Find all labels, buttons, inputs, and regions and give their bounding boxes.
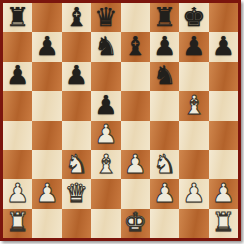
black-knight-piece: ♞ (94, 33, 117, 59)
square-a6[interactable]: ♟ (3, 62, 32, 91)
square-g1[interactable] (179, 209, 208, 238)
white-pawn-piece: ♟ (153, 180, 176, 206)
white-queen-piece: ♛ (65, 180, 88, 206)
black-king-piece: ♚ (182, 4, 205, 30)
square-a3[interactable] (3, 150, 32, 179)
square-h6[interactable] (209, 62, 238, 91)
square-f7[interactable]: ♟ (150, 32, 179, 61)
square-c4[interactable] (62, 121, 91, 150)
square-a8[interactable]: ♜ (3, 3, 32, 32)
square-e6[interactable] (121, 62, 150, 91)
square-f8[interactable]: ♜ (150, 3, 179, 32)
chess-diagram-image: ♜♝♛♜♚♟♞♝♟♟♟♟♟♞♟♝♟♞♝♟♞♟♟♛♟♟♟♜♚♜ (0, 0, 244, 244)
square-g3[interactable] (179, 150, 208, 179)
square-c2[interactable]: ♛ (62, 179, 91, 208)
square-d6[interactable] (91, 62, 120, 91)
square-c7[interactable] (62, 32, 91, 61)
square-e8[interactable] (121, 3, 150, 32)
square-g5[interactable]: ♝ (179, 91, 208, 120)
square-a5[interactable] (3, 91, 32, 120)
black-bishop-piece: ♝ (65, 4, 88, 30)
square-a7[interactable] (3, 32, 32, 61)
square-c8[interactable]: ♝ (62, 3, 91, 32)
square-e2[interactable] (121, 179, 150, 208)
white-pawn-piece: ♟ (94, 121, 117, 147)
square-f2[interactable]: ♟ (150, 179, 179, 208)
square-g4[interactable] (179, 121, 208, 150)
chess-board: ♜♝♛♜♚♟♞♝♟♟♟♟♟♞♟♝♟♞♝♟♞♟♟♛♟♟♟♜♚♜ (3, 3, 238, 238)
square-g7[interactable]: ♟ (179, 32, 208, 61)
black-queen-piece: ♛ (94, 4, 117, 30)
square-d5[interactable]: ♟ (91, 91, 120, 120)
black-pawn-piece: ♟ (65, 62, 88, 88)
square-e1[interactable]: ♚ (121, 209, 150, 238)
square-b3[interactable] (32, 150, 61, 179)
white-bishop-piece: ♝ (182, 92, 205, 118)
square-h3[interactable] (209, 150, 238, 179)
square-d2[interactable] (91, 179, 120, 208)
square-f5[interactable] (150, 91, 179, 120)
square-f6[interactable]: ♞ (150, 62, 179, 91)
black-rook-piece: ♜ (6, 4, 29, 30)
square-h8[interactable] (209, 3, 238, 32)
square-d3[interactable]: ♝ (91, 150, 120, 179)
white-pawn-piece: ♟ (124, 151, 147, 177)
white-rook-piece: ♜ (212, 209, 235, 235)
square-c3[interactable]: ♞ (62, 150, 91, 179)
white-pawn-piece: ♟ (182, 180, 205, 206)
black-pawn-piece: ♟ (94, 92, 117, 118)
square-e3[interactable]: ♟ (121, 150, 150, 179)
square-h1[interactable]: ♜ (209, 209, 238, 238)
square-c6[interactable]: ♟ (62, 62, 91, 91)
square-b7[interactable]: ♟ (32, 32, 61, 61)
square-f1[interactable] (150, 209, 179, 238)
square-b5[interactable] (32, 91, 61, 120)
square-f3[interactable]: ♞ (150, 150, 179, 179)
square-f4[interactable] (150, 121, 179, 150)
board-frame: ♜♝♛♜♚♟♞♝♟♟♟♟♟♞♟♝♟♞♝♟♞♟♟♛♟♟♟♜♚♜ (0, 0, 241, 241)
square-d8[interactable]: ♛ (91, 3, 120, 32)
square-a4[interactable] (3, 121, 32, 150)
square-b8[interactable] (32, 3, 61, 32)
square-g6[interactable] (179, 62, 208, 91)
black-bishop-piece: ♝ (124, 33, 147, 59)
square-d1[interactable] (91, 209, 120, 238)
white-pawn-piece: ♟ (212, 180, 235, 206)
square-a1[interactable]: ♜ (3, 209, 32, 238)
square-e7[interactable]: ♝ (121, 32, 150, 61)
square-d4[interactable]: ♟ (91, 121, 120, 150)
square-e5[interactable] (121, 91, 150, 120)
square-b1[interactable] (32, 209, 61, 238)
black-rook-piece: ♜ (153, 4, 176, 30)
black-pawn-piece: ♟ (182, 33, 205, 59)
square-b4[interactable] (32, 121, 61, 150)
square-g2[interactable]: ♟ (179, 179, 208, 208)
black-pawn-piece: ♟ (6, 62, 29, 88)
white-king-piece: ♚ (124, 209, 147, 235)
square-e4[interactable] (121, 121, 150, 150)
black-pawn-piece: ♟ (212, 33, 235, 59)
white-rook-piece: ♜ (6, 209, 29, 235)
white-pawn-piece: ♟ (35, 180, 58, 206)
square-h4[interactable] (209, 121, 238, 150)
black-pawn-piece: ♟ (153, 33, 176, 59)
square-b2[interactable]: ♟ (32, 179, 61, 208)
square-g8[interactable]: ♚ (179, 3, 208, 32)
white-bishop-piece: ♝ (94, 151, 117, 177)
square-h2[interactable]: ♟ (209, 179, 238, 208)
white-knight-piece: ♞ (65, 151, 88, 177)
white-knight-piece: ♞ (153, 151, 176, 177)
square-d7[interactable]: ♞ (91, 32, 120, 61)
square-h7[interactable]: ♟ (209, 32, 238, 61)
black-knight-piece: ♞ (153, 62, 176, 88)
black-pawn-piece: ♟ (35, 33, 58, 59)
square-a2[interactable]: ♟ (3, 179, 32, 208)
square-h5[interactable] (209, 91, 238, 120)
square-c1[interactable] (62, 209, 91, 238)
square-b6[interactable] (32, 62, 61, 91)
square-c5[interactable] (62, 91, 91, 120)
white-pawn-piece: ♟ (6, 180, 29, 206)
